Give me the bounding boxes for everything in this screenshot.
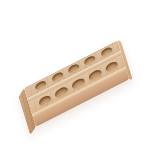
board-scene	[24, 88, 129, 128]
product-photo	[0, 0, 160, 160]
mancala-board	[24, 40, 129, 127]
